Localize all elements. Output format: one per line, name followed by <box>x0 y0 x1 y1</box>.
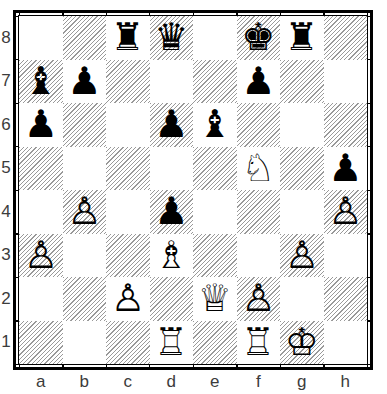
square-d7[interactable] <box>150 60 194 104</box>
square-a1[interactable] <box>19 321 63 365</box>
file-label-e: e <box>193 370 237 394</box>
piece-black-pawn: ♟ <box>154 103 188 147</box>
file-label-g: g <box>280 370 324 394</box>
board-frame-ticks-left <box>16 16 18 365</box>
piece-black-bishop: ♝ <box>198 103 232 147</box>
square-e4[interactable] <box>193 190 237 234</box>
square-c3[interactable] <box>106 234 150 278</box>
piece-white-rook: ♖ <box>154 321 188 365</box>
chess-board: ♜♛♚♜♝♟♟♟♟♝♘♟♙♟♙♙♗♙♙♕♙♖♖♔ <box>13 10 373 370</box>
piece-black-rook: ♜ <box>111 16 145 60</box>
square-g6[interactable] <box>280 103 324 147</box>
board-frame-ticks-right <box>368 16 370 365</box>
square-d3[interactable]: ♗ <box>150 234 194 278</box>
rank-label-4: 4 <box>0 190 12 234</box>
square-f7[interactable]: ♟ <box>237 60 281 104</box>
square-a2[interactable] <box>19 277 63 321</box>
file-labels: a b c d e f g h <box>19 370 367 394</box>
square-c1[interactable] <box>106 321 150 365</box>
square-g4[interactable] <box>280 190 324 234</box>
square-h4[interactable]: ♙ <box>324 190 368 234</box>
piece-black-pawn: ♟ <box>328 147 362 191</box>
square-e5[interactable] <box>193 147 237 191</box>
square-e8[interactable] <box>193 16 237 60</box>
square-c6[interactable] <box>106 103 150 147</box>
square-g1[interactable]: ♔ <box>280 321 324 365</box>
piece-white-pawn: ♙ <box>328 190 362 234</box>
file-label-f: f <box>237 370 281 394</box>
piece-white-knight: ♘ <box>241 147 275 191</box>
piece-black-king: ♚ <box>241 16 275 60</box>
board-grid: ♜♛♚♜♝♟♟♟♟♝♘♟♙♟♙♙♗♙♙♕♙♖♖♔ <box>19 16 367 364</box>
piece-white-pawn: ♙ <box>24 234 58 278</box>
square-c7[interactable] <box>106 60 150 104</box>
square-f3[interactable] <box>237 234 281 278</box>
square-d5[interactable] <box>150 147 194 191</box>
square-d6[interactable]: ♟ <box>150 103 194 147</box>
square-c2[interactable]: ♙ <box>106 277 150 321</box>
square-a3[interactable]: ♙ <box>19 234 63 278</box>
piece-black-pawn: ♟ <box>241 60 275 104</box>
square-a4[interactable] <box>19 190 63 234</box>
file-label-h: h <box>324 370 368 394</box>
square-f2[interactable]: ♙ <box>237 277 281 321</box>
square-g7[interactable] <box>280 60 324 104</box>
square-a7[interactable]: ♝ <box>19 60 63 104</box>
square-g3[interactable]: ♙ <box>280 234 324 278</box>
piece-white-rook: ♖ <box>241 321 275 365</box>
square-h1[interactable] <box>324 321 368 365</box>
square-b3[interactable] <box>63 234 107 278</box>
square-f6[interactable] <box>237 103 281 147</box>
square-c4[interactable] <box>106 190 150 234</box>
square-e1[interactable] <box>193 321 237 365</box>
square-b8[interactable] <box>63 16 107 60</box>
file-label-d: d <box>150 370 194 394</box>
piece-black-bishop: ♝ <box>24 60 58 104</box>
file-label-b: b <box>63 370 107 394</box>
piece-white-pawn: ♙ <box>67 190 101 234</box>
square-b2[interactable] <box>63 277 107 321</box>
rank-labels: 8 7 6 5 4 3 2 1 <box>0 16 12 364</box>
square-b6[interactable] <box>63 103 107 147</box>
piece-white-pawn: ♙ <box>111 277 145 321</box>
square-h3[interactable] <box>324 234 368 278</box>
file-label-c: c <box>106 370 150 394</box>
piece-black-queen: ♛ <box>154 16 188 60</box>
square-e2[interactable]: ♕ <box>193 277 237 321</box>
square-d1[interactable]: ♖ <box>150 321 194 365</box>
board-frame-ticks-top <box>19 13 368 15</box>
square-c8[interactable]: ♜ <box>106 16 150 60</box>
rank-label-7: 7 <box>0 60 12 104</box>
rank-label-6: 6 <box>0 103 12 147</box>
square-h7[interactable] <box>324 60 368 104</box>
board-inner-frame: ♜♛♚♜♝♟♟♟♟♝♘♟♙♟♙♙♗♙♙♕♙♖♖♔ <box>18 15 368 365</box>
square-f8[interactable]: ♚ <box>237 16 281 60</box>
square-a6[interactable]: ♟ <box>19 103 63 147</box>
piece-white-pawn: ♙ <box>285 234 319 278</box>
square-g8[interactable]: ♜ <box>280 16 324 60</box>
rank-label-8: 8 <box>0 16 12 60</box>
file-label-a: a <box>19 370 63 394</box>
square-f5[interactable]: ♘ <box>237 147 281 191</box>
square-b1[interactable] <box>63 321 107 365</box>
piece-black-pawn: ♟ <box>67 60 101 104</box>
square-e3[interactable] <box>193 234 237 278</box>
square-a5[interactable] <box>19 147 63 191</box>
square-e7[interactable] <box>193 60 237 104</box>
square-g5[interactable] <box>280 147 324 191</box>
rank-label-1: 1 <box>0 321 12 365</box>
square-f1[interactable]: ♖ <box>237 321 281 365</box>
square-b4[interactable]: ♙ <box>63 190 107 234</box>
square-g2[interactable] <box>280 277 324 321</box>
piece-black-rook: ♜ <box>285 16 319 60</box>
square-c5[interactable] <box>106 147 150 191</box>
square-e6[interactable]: ♝ <box>193 103 237 147</box>
square-h5[interactable]: ♟ <box>324 147 368 191</box>
piece-white-queen: ♕ <box>198 277 232 321</box>
square-d2[interactable] <box>150 277 194 321</box>
square-b5[interactable] <box>63 147 107 191</box>
piece-white-bishop: ♗ <box>154 234 188 278</box>
square-d4[interactable]: ♟ <box>150 190 194 234</box>
rank-label-3: 3 <box>0 234 12 278</box>
square-d8[interactable]: ♛ <box>150 16 194 60</box>
piece-white-pawn: ♙ <box>241 277 275 321</box>
piece-black-pawn: ♟ <box>154 190 188 234</box>
chess-diagram: 8 7 6 5 4 3 2 1 ♜♛♚♜♝♟♟♟♟♝♘♟♙♟♙♙♗♙♙♕♙♖♖♔… <box>0 0 387 394</box>
square-b7[interactable]: ♟ <box>63 60 107 104</box>
square-a8[interactable] <box>19 16 63 60</box>
rank-label-5: 5 <box>0 147 12 191</box>
board-frame-ticks-bottom <box>19 365 368 367</box>
square-h2[interactable] <box>324 277 368 321</box>
piece-white-king: ♔ <box>285 321 319 365</box>
square-h6[interactable] <box>324 103 368 147</box>
square-f4[interactable] <box>237 190 281 234</box>
piece-black-pawn: ♟ <box>24 103 58 147</box>
square-h8[interactable] <box>324 16 368 60</box>
rank-label-2: 2 <box>0 277 12 321</box>
